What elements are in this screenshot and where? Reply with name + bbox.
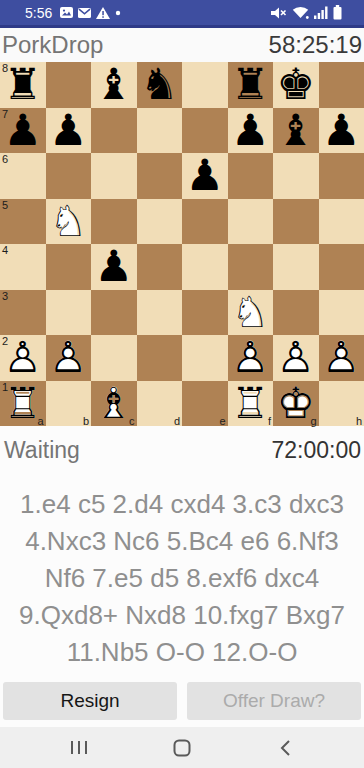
square-g7[interactable]: ♝ [273, 108, 319, 154]
move-list-line: 9.Qxd8+ Nxd8 10.fxg7 Bxg7 [0, 597, 364, 634]
battery-icon [333, 5, 342, 20]
rank-label: 5 [2, 199, 8, 211]
white-knight: ♞♘ [228, 290, 274, 336]
player-clock: 72:00:00 [271, 437, 361, 464]
file-label: d [174, 415, 180, 427]
square-e1[interactable]: e [182, 381, 228, 427]
square-g5[interactable] [273, 199, 319, 245]
status-time: 5:56 [25, 5, 52, 21]
white-pawn: ♟♙ [273, 335, 319, 381]
white-king: ♚♔ [273, 381, 319, 427]
status-bar-right [271, 5, 342, 20]
move-list: 1.e4 c5 2.d4 cxd4 3.c3 dxc3 4.Nxc3 Nc6 5… [0, 486, 364, 671]
move-list-line: 4.Nxc3 Nc6 5.Bc4 e6 6.Nf3 [0, 523, 364, 560]
square-b6[interactable] [46, 153, 92, 199]
android-nav-bar [0, 727, 364, 768]
square-b5[interactable]: ♞♘ [46, 199, 92, 245]
square-e4[interactable] [182, 244, 228, 290]
square-b1[interactable]: b [46, 381, 92, 427]
white-pawn: ♟♙ [319, 335, 364, 381]
white-rook: ♜♖ [0, 381, 46, 427]
square-d2[interactable] [137, 335, 183, 381]
square-a6[interactable]: 6 [0, 153, 46, 199]
dot-notification-icon [115, 10, 121, 16]
file-label: h [356, 415, 362, 427]
rank-label: 6 [2, 153, 8, 165]
gmail-notification-icon [78, 8, 91, 18]
black-pawn: ♟ [0, 108, 46, 154]
square-h7[interactable]: ♟ [319, 108, 364, 154]
square-g3[interactable] [273, 290, 319, 336]
square-d3[interactable] [137, 290, 183, 336]
square-d4[interactable] [137, 244, 183, 290]
square-a1[interactable]: 1a♜♖ [0, 381, 46, 427]
square-d5[interactable] [137, 199, 183, 245]
file-label: e [219, 415, 225, 427]
square-f8[interactable]: ♜ [228, 62, 274, 108]
back-icon[interactable] [272, 735, 298, 761]
action-buttons-row: Resign Offer Draw? [0, 682, 364, 720]
square-a3[interactable]: 3 [0, 290, 46, 336]
black-pawn: ♟ [228, 108, 274, 154]
offer-draw-button[interactable]: Offer Draw? [187, 682, 361, 720]
recents-icon[interactable] [66, 735, 92, 761]
move-list-line: 11.Nb5 O-O 12.O-O [0, 634, 364, 671]
square-g4[interactable] [273, 244, 319, 290]
square-f5[interactable] [228, 199, 274, 245]
square-a7[interactable]: 7♟ [0, 108, 46, 154]
black-bishop: ♝ [273, 108, 319, 154]
square-f4[interactable] [228, 244, 274, 290]
white-pawn: ♟♙ [46, 335, 92, 381]
status-bar: 5:56 [0, 0, 364, 28]
app-bar: PorkDrop 58:25:19 [0, 28, 364, 62]
black-rook: ♜ [228, 62, 274, 108]
white-pawn: ♟♙ [0, 335, 46, 381]
square-b3[interactable] [46, 290, 92, 336]
square-d1[interactable]: d [137, 381, 183, 427]
file-label: b [83, 415, 89, 427]
rank-label: 3 [2, 290, 8, 302]
square-c2[interactable] [91, 335, 137, 381]
square-e6[interactable]: ♟ [182, 153, 228, 199]
black-knight: ♞ [137, 62, 183, 108]
square-e8[interactable] [182, 62, 228, 108]
square-h5[interactable] [319, 199, 364, 245]
resign-button[interactable]: Resign [3, 682, 177, 720]
page-title: PorkDrop [2, 31, 103, 59]
square-h4[interactable] [319, 244, 364, 290]
white-pawn: ♟♙ [228, 335, 274, 381]
black-pawn: ♟ [182, 153, 228, 199]
square-a4[interactable]: 4 [0, 244, 46, 290]
square-c4[interactable]: ♟ [91, 244, 137, 290]
square-g1[interactable]: g♚♔ [273, 381, 319, 427]
square-f1[interactable]: f♜♖ [228, 381, 274, 427]
opponent-clock: 58:25:19 [269, 31, 362, 59]
square-f7[interactable]: ♟ [228, 108, 274, 154]
square-c8[interactable]: ♝ [91, 62, 137, 108]
square-c1[interactable]: c♝♗ [91, 381, 137, 427]
square-f3[interactable]: ♞♘ [228, 290, 274, 336]
square-a5[interactable]: 5 [0, 199, 46, 245]
status-bar-left: 5:56 [25, 5, 121, 21]
square-c5[interactable] [91, 199, 137, 245]
game-status-row: Waiting 72:00:00 [0, 426, 364, 470]
square-h1[interactable]: h [319, 381, 364, 427]
white-rook: ♜♖ [228, 381, 274, 427]
square-h2[interactable]: ♟♙ [319, 335, 364, 381]
square-d6[interactable] [137, 153, 183, 199]
game-state-label: Waiting [4, 437, 80, 464]
black-pawn: ♟ [91, 244, 137, 290]
square-h6[interactable] [319, 153, 364, 199]
square-e5[interactable] [182, 199, 228, 245]
image-notification-icon [60, 7, 73, 18]
square-b4[interactable] [46, 244, 92, 290]
black-pawn: ♟ [46, 108, 92, 154]
square-b7[interactable]: ♟ [46, 108, 92, 154]
square-e3[interactable] [182, 290, 228, 336]
black-pawn: ♟ [319, 108, 364, 154]
square-g6[interactable] [273, 153, 319, 199]
black-rook: ♜ [0, 62, 46, 108]
white-bishop: ♝♗ [91, 381, 137, 427]
square-h8[interactable] [319, 62, 364, 108]
square-e2[interactable] [182, 335, 228, 381]
black-king: ♚ [273, 62, 319, 108]
square-c3[interactable] [91, 290, 137, 336]
square-b8[interactable] [46, 62, 92, 108]
square-e7[interactable] [182, 108, 228, 154]
mute-icon [271, 6, 287, 20]
square-b2[interactable]: ♟♙ [46, 335, 92, 381]
square-f2[interactable]: ♟♙ [228, 335, 274, 381]
home-icon[interactable] [169, 735, 195, 761]
chess-board[interactable]: 8♜♝♞♜♚7♟♟♟♝♟6♟5♞♘4♟3♞♘2♟♙♟♙♟♙♟♙♟♙1a♜♖bc♝… [0, 62, 364, 426]
rank-label: 4 [2, 244, 8, 256]
square-a8[interactable]: 8♜ [0, 62, 46, 108]
square-c6[interactable] [91, 153, 137, 199]
black-bishop: ♝ [91, 62, 137, 108]
move-list-line: 1.e4 c5 2.d4 cxd4 3.c3 dxc3 [0, 486, 364, 523]
square-f6[interactable] [228, 153, 274, 199]
warning-notification-icon [96, 7, 110, 19]
square-h3[interactable] [319, 290, 364, 336]
square-g2[interactable]: ♟♙ [273, 335, 319, 381]
move-list-line: Nf6 7.e5 d5 8.exf6 dxc4 [0, 560, 364, 597]
square-d8[interactable]: ♞ [137, 62, 183, 108]
square-c7[interactable] [91, 108, 137, 154]
signal-icon [314, 6, 328, 19]
square-d7[interactable] [137, 108, 183, 154]
wifi-icon [292, 6, 309, 19]
white-knight: ♞♘ [46, 199, 92, 245]
square-a2[interactable]: 2♟♙ [0, 335, 46, 381]
square-g8[interactable]: ♚ [273, 62, 319, 108]
